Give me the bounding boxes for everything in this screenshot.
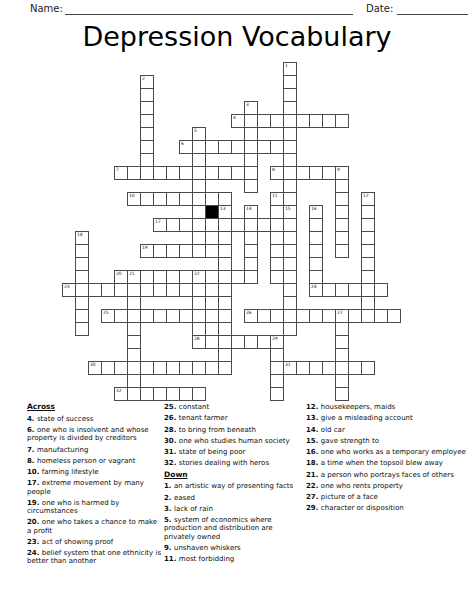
crossword-cell[interactable] bbox=[244, 179, 258, 193]
crossword-cell[interactable] bbox=[309, 166, 323, 180]
crossword-cell[interactable] bbox=[257, 114, 271, 128]
crossword-cell[interactable] bbox=[127, 361, 141, 375]
crossword-cell[interactable] bbox=[205, 361, 219, 375]
across-heading: Across bbox=[27, 403, 163, 412]
crossword-cell[interactable] bbox=[218, 335, 232, 349]
down-clues-2: 12. housekeepers, maids13. give a mislea… bbox=[306, 403, 472, 513]
crossword-cell[interactable] bbox=[166, 270, 180, 284]
crossword-cell[interactable] bbox=[166, 283, 180, 297]
clue-item: 24. belief system that one ethnicity is … bbox=[27, 549, 163, 566]
crossword-cell[interactable] bbox=[257, 335, 271, 349]
clue-number: 14. bbox=[306, 426, 321, 434]
crossword-cell[interactable] bbox=[75, 244, 89, 258]
crossword-cell[interactable]: 5 bbox=[192, 127, 206, 141]
crossword-cell[interactable] bbox=[335, 244, 349, 258]
clue-text: extreme movement by many people bbox=[27, 479, 144, 495]
crossword-cell[interactable] bbox=[270, 374, 284, 388]
crossword-cell[interactable] bbox=[361, 218, 375, 232]
crossword-cell[interactable] bbox=[192, 361, 206, 375]
crossword-cell[interactable] bbox=[296, 114, 310, 128]
across-clues-1: 4. state of success6. one who is insolve… bbox=[27, 415, 163, 566]
crossword-cell[interactable]: 11 bbox=[270, 192, 284, 206]
crossword-cell[interactable] bbox=[322, 283, 336, 297]
crossword-cell[interactable] bbox=[244, 166, 258, 180]
crossword-cell[interactable] bbox=[244, 257, 258, 271]
crossword-cell[interactable] bbox=[127, 296, 141, 310]
crossword-cell[interactable] bbox=[244, 140, 258, 154]
clue-text: one who rents property bbox=[321, 482, 403, 490]
crossword-cell[interactable] bbox=[257, 140, 271, 154]
crossword-cell[interactable] bbox=[270, 205, 284, 219]
crossword-cell[interactable] bbox=[218, 361, 232, 375]
clue-item: 17. extreme movement by many people bbox=[27, 479, 163, 496]
clue-text: act of showing proof bbox=[42, 538, 113, 546]
crossword-cell[interactable] bbox=[361, 296, 375, 310]
crossword-cell[interactable] bbox=[166, 192, 180, 206]
crossword-cell[interactable] bbox=[192, 166, 206, 180]
crossword-cell[interactable] bbox=[257, 218, 271, 232]
crossword-cell[interactable] bbox=[192, 140, 206, 154]
crossword-cell[interactable] bbox=[179, 270, 193, 284]
crossword-cell[interactable] bbox=[179, 283, 193, 297]
clue-text: constant bbox=[179, 403, 209, 411]
crossword-cell[interactable] bbox=[205, 218, 219, 232]
crossword-cell[interactable] bbox=[270, 231, 284, 245]
clue-number: 31. bbox=[164, 448, 179, 456]
crossword-cell[interactable] bbox=[270, 140, 284, 154]
crossword-cell[interactable] bbox=[322, 361, 336, 375]
crossword-cell[interactable] bbox=[309, 309, 323, 323]
clue-item: 18. a time when the topsoil blew away bbox=[306, 459, 472, 467]
crossword-cell[interactable] bbox=[192, 192, 206, 206]
crossword-cell[interactable] bbox=[270, 387, 284, 401]
clue-text: picture of a face bbox=[321, 493, 378, 501]
crossword-cell[interactable]: 1 bbox=[283, 62, 297, 76]
clue-item: 20. one who takes a chance to make a pro… bbox=[27, 518, 163, 535]
across-clues-2: 25. constant26. tenant farmer28. to brin… bbox=[164, 403, 303, 468]
clue-number: 10. bbox=[27, 468, 42, 476]
crossword-cell[interactable] bbox=[192, 322, 206, 336]
crossword-cell[interactable]: 27 bbox=[335, 309, 349, 323]
crossword-cell[interactable] bbox=[270, 361, 284, 375]
crossword-cell[interactable]: 29 bbox=[270, 335, 284, 349]
crossword-cell[interactable] bbox=[283, 88, 297, 102]
crossword-cell[interactable] bbox=[166, 361, 180, 375]
crossword-cell[interactable] bbox=[218, 322, 232, 336]
clue-number: 3. bbox=[164, 505, 174, 513]
crossword-cell[interactable] bbox=[218, 283, 232, 297]
crossword-cell[interactable] bbox=[140, 283, 154, 297]
crossword-cell[interactable] bbox=[205, 244, 219, 258]
crossword-cell[interactable] bbox=[361, 309, 375, 323]
crossword-cell[interactable] bbox=[218, 348, 232, 362]
crossword-cell[interactable] bbox=[322, 309, 336, 323]
crossword-cell[interactable] bbox=[283, 270, 297, 284]
crossword-cell[interactable] bbox=[205, 309, 219, 323]
cell-number: 3 bbox=[246, 102, 249, 107]
crossword-cell[interactable] bbox=[244, 114, 258, 128]
clue-text: gave strength to bbox=[321, 437, 379, 445]
clue-item: 10. farming lifestyle bbox=[27, 468, 163, 476]
crossword-cell[interactable] bbox=[374, 283, 388, 297]
crossword-cell[interactable] bbox=[166, 244, 180, 258]
crossword-cell[interactable] bbox=[140, 140, 154, 154]
crossword-cell[interactable] bbox=[179, 166, 193, 180]
clue-item: 14. old car bbox=[306, 426, 472, 434]
crossword-cell[interactable] bbox=[361, 231, 375, 245]
crossword-cell[interactable] bbox=[153, 166, 167, 180]
crossword-cell[interactable] bbox=[283, 244, 297, 258]
crossword-cell[interactable] bbox=[192, 179, 206, 193]
crossword-cell[interactable] bbox=[335, 387, 349, 401]
cell-number: 20 bbox=[116, 271, 122, 276]
crossword-cell[interactable] bbox=[335, 218, 349, 232]
crossword-cell[interactable] bbox=[283, 153, 297, 167]
crossword-cell[interactable] bbox=[283, 179, 297, 193]
crossword-cell[interactable] bbox=[192, 283, 206, 297]
crossword-cell[interactable] bbox=[283, 296, 297, 310]
crossword-cell[interactable] bbox=[88, 283, 102, 297]
crossword-cell[interactable]: 28 bbox=[192, 335, 206, 349]
crossword-cell[interactable] bbox=[244, 270, 258, 284]
crossword-cell[interactable] bbox=[348, 283, 362, 297]
crossword-cell[interactable] bbox=[309, 270, 323, 284]
crossword-cell[interactable] bbox=[335, 283, 349, 297]
crossword-cell[interactable] bbox=[283, 127, 297, 141]
crossword-cell[interactable] bbox=[296, 166, 310, 180]
crossword-cell[interactable] bbox=[335, 205, 349, 219]
clue-item: 22. one who rents property bbox=[306, 482, 472, 490]
crossword-cell[interactable] bbox=[140, 153, 154, 167]
clue-item: 11. most forbidding bbox=[164, 555, 303, 563]
crossword-cell[interactable] bbox=[283, 309, 297, 323]
crossword-cell[interactable] bbox=[153, 244, 167, 258]
crossword-cell[interactable] bbox=[140, 387, 154, 401]
clue-number: 11. bbox=[164, 555, 179, 563]
crossword-cell[interactable] bbox=[283, 257, 297, 271]
crossword-cell[interactable] bbox=[283, 192, 297, 206]
crossword-cell[interactable] bbox=[153, 361, 167, 375]
crossword-cell[interactable] bbox=[140, 166, 154, 180]
crossword-cell[interactable] bbox=[140, 88, 154, 102]
crossword-cell[interactable] bbox=[153, 309, 167, 323]
crossword-cell[interactable] bbox=[335, 192, 349, 206]
crossword-cell[interactable] bbox=[192, 153, 206, 167]
crossword-cell[interactable] bbox=[192, 218, 206, 232]
clue-item: 7. manufacturing bbox=[27, 446, 163, 454]
crossword-cell[interactable] bbox=[192, 296, 206, 310]
crossword-cell[interactable] bbox=[101, 283, 115, 297]
crossword-cell[interactable] bbox=[244, 127, 258, 141]
crossword-cell[interactable] bbox=[283, 166, 297, 180]
crossword-cell[interactable]: 17 bbox=[153, 218, 167, 232]
crossword-cell[interactable] bbox=[322, 114, 336, 128]
clue-text: old car bbox=[321, 426, 345, 434]
crossword-cell[interactable] bbox=[140, 309, 154, 323]
crossword-cell[interactable] bbox=[361, 270, 375, 284]
crossword-cell[interactable] bbox=[218, 309, 232, 323]
crossword-cell[interactable]: 24 bbox=[309, 283, 323, 297]
crossword-cell[interactable] bbox=[296, 361, 310, 375]
crossword-cell[interactable] bbox=[309, 361, 323, 375]
crossword-cell[interactable] bbox=[75, 309, 89, 323]
crossword-cell[interactable] bbox=[205, 270, 219, 284]
crossword-cell[interactable] bbox=[101, 361, 115, 375]
crossword-cell[interactable] bbox=[309, 218, 323, 232]
crossword-cell[interactable]: 8 bbox=[270, 166, 284, 180]
crossword-cell[interactable] bbox=[153, 270, 167, 284]
crossword-cell[interactable] bbox=[127, 387, 141, 401]
crossword-cell[interactable] bbox=[218, 166, 232, 180]
crossword-cell[interactable] bbox=[192, 387, 206, 401]
crossword-cell[interactable] bbox=[127, 374, 141, 388]
crossword-cell[interactable] bbox=[374, 309, 388, 323]
crossword-cell[interactable] bbox=[205, 283, 219, 297]
crossword-cell[interactable] bbox=[387, 309, 401, 323]
crossword-cell[interactable] bbox=[231, 270, 245, 284]
clues-column-middle: 25. constant26. tenant farmer28. to brin… bbox=[164, 403, 303, 566]
crossword-cell[interactable] bbox=[114, 283, 128, 297]
crossword-cell[interactable] bbox=[179, 361, 193, 375]
crossword-cell[interactable] bbox=[309, 114, 323, 128]
crossword-cell[interactable] bbox=[75, 270, 89, 284]
clue-item: 2. eased bbox=[164, 494, 303, 502]
crossword-cell[interactable] bbox=[153, 283, 167, 297]
crossword-cell[interactable] bbox=[244, 335, 258, 349]
clue-number: 32. bbox=[164, 459, 179, 467]
crossword-cell[interactable] bbox=[231, 140, 245, 154]
crossword-cell[interactable] bbox=[218, 231, 232, 245]
crossword-cell[interactable]: 21 bbox=[127, 270, 141, 284]
clue-item: 9. unshaven whiskers bbox=[164, 544, 303, 552]
crossword-cell[interactable] bbox=[283, 322, 297, 336]
crossword-cell[interactable] bbox=[361, 205, 375, 219]
crossword-cell[interactable]: 31 bbox=[283, 361, 297, 375]
crossword-cell[interactable] bbox=[179, 244, 193, 258]
crossword-cell[interactable]: 10 bbox=[127, 192, 141, 206]
crossword-cell[interactable] bbox=[140, 192, 154, 206]
crossword-cell[interactable] bbox=[335, 374, 349, 388]
crossword-cell[interactable] bbox=[335, 231, 349, 245]
crossword-cell[interactable] bbox=[335, 348, 349, 362]
crossword-cell[interactable] bbox=[244, 153, 258, 167]
crossword-cell[interactable] bbox=[179, 218, 193, 232]
crossword-cell[interactable] bbox=[114, 361, 128, 375]
crossword-cell[interactable] bbox=[166, 166, 180, 180]
crossword-cell[interactable] bbox=[153, 192, 167, 206]
crossword-cell[interactable] bbox=[270, 257, 284, 271]
crossword-cell[interactable] bbox=[257, 309, 271, 323]
crossword-cell[interactable] bbox=[283, 231, 297, 245]
crossword-cell[interactable]: 9 bbox=[335, 166, 349, 180]
crossword-cell[interactable]: 4 bbox=[231, 114, 245, 128]
crossword-cell[interactable] bbox=[309, 231, 323, 245]
crossword-cell[interactable] bbox=[231, 218, 245, 232]
clue-text: a person who portrays faces of others bbox=[321, 471, 454, 479]
crossword-cell[interactable]: 18 bbox=[75, 231, 89, 245]
crossword-cell[interactable] bbox=[283, 75, 297, 89]
crossword-cell[interactable] bbox=[166, 218, 180, 232]
crossword-cell[interactable] bbox=[75, 322, 89, 336]
clue-number: 17. bbox=[27, 479, 42, 487]
crossword-cell[interactable]: 30 bbox=[88, 361, 102, 375]
clue-text: manufacturing bbox=[37, 446, 88, 454]
crossword-cell[interactable]: 26 bbox=[244, 309, 258, 323]
crossword-cell[interactable]: 16 bbox=[309, 205, 323, 219]
crossword-cell[interactable]: 13 bbox=[218, 205, 232, 219]
clue-item: 4. state of success bbox=[27, 415, 163, 423]
crossword-cell[interactable] bbox=[335, 361, 349, 375]
crossword-cell[interactable] bbox=[283, 140, 297, 154]
crossword-cell[interactable]: 15 bbox=[283, 205, 297, 219]
crossword-cell[interactable] bbox=[218, 270, 232, 284]
clue-number: 2. bbox=[164, 494, 174, 502]
clue-item: 12. housekeepers, maids bbox=[306, 403, 472, 411]
crossword-cell[interactable] bbox=[361, 257, 375, 271]
crossword-cell[interactable]: 22 bbox=[192, 270, 206, 284]
clue-number: 12. bbox=[306, 403, 321, 411]
crossword-cell[interactable] bbox=[361, 361, 375, 375]
crossword-cell[interactable] bbox=[283, 114, 297, 128]
crossword-cell[interactable]: 20 bbox=[114, 270, 128, 284]
crossword-cell[interactable] bbox=[205, 192, 219, 206]
clue-number: 16. bbox=[306, 448, 321, 456]
crossword-cell[interactable] bbox=[166, 309, 180, 323]
crossword-cell[interactable] bbox=[127, 283, 141, 297]
clue-item: 31. state of being poor bbox=[164, 448, 303, 456]
crossword-cell[interactable] bbox=[309, 244, 323, 258]
crossword-cell[interactable] bbox=[335, 322, 349, 336]
crossword-cell[interactable] bbox=[140, 101, 154, 115]
crossword-cell[interactable] bbox=[205, 166, 219, 180]
crossword-cell[interactable]: 3 bbox=[244, 101, 258, 115]
crossword-cell[interactable] bbox=[270, 218, 284, 232]
crossword-cell[interactable] bbox=[127, 322, 141, 336]
clue-text: one who works as a temporary employee bbox=[321, 448, 466, 456]
clue-number: 21. bbox=[306, 471, 321, 479]
crossword-cell[interactable] bbox=[244, 218, 258, 232]
crossword-cell[interactable]: 7 bbox=[114, 166, 128, 180]
crossword-cell[interactable] bbox=[322, 166, 336, 180]
crossword-cell[interactable] bbox=[205, 140, 219, 154]
crossword-cell[interactable] bbox=[348, 309, 362, 323]
crossword-cell[interactable]: 25 bbox=[101, 309, 115, 323]
cell-number: 5 bbox=[194, 128, 197, 133]
crossword-cell[interactable] bbox=[309, 257, 323, 271]
crossword-cell[interactable] bbox=[218, 244, 232, 258]
crossword-cell[interactable] bbox=[192, 205, 206, 219]
clue-number: 6. bbox=[27, 426, 37, 434]
clue-item: 32. stories dealing with heros bbox=[164, 459, 303, 467]
crossword-cell[interactable]: 12 bbox=[361, 192, 375, 206]
clue-item: 25. constant bbox=[164, 403, 303, 411]
crossword-cell[interactable] bbox=[205, 335, 219, 349]
clue-item: 15. gave strength to bbox=[306, 437, 472, 445]
crossword-cell[interactable] bbox=[270, 270, 284, 284]
crossword-cell[interactable] bbox=[192, 244, 206, 258]
crossword-cell[interactable] bbox=[179, 309, 193, 323]
crossword-cell[interactable]: 6 bbox=[179, 140, 193, 154]
crossword-cell[interactable] bbox=[127, 348, 141, 362]
crossword-cell[interactable] bbox=[283, 101, 297, 115]
crossword-cell[interactable] bbox=[335, 335, 349, 349]
crossword-cell[interactable] bbox=[75, 283, 89, 297]
crossword-cell[interactable] bbox=[231, 335, 245, 349]
clue-item: 8. homeless person or vagrant bbox=[27, 457, 163, 465]
crossword-cell[interactable] bbox=[296, 309, 310, 323]
crossword-cell[interactable] bbox=[270, 309, 284, 323]
clue-item: 29. character or disposition bbox=[306, 504, 472, 512]
crossword-cell[interactable] bbox=[283, 283, 297, 297]
crossword-cell[interactable] bbox=[348, 361, 362, 375]
crossword-cell[interactable] bbox=[192, 309, 206, 323]
crossword-cell[interactable] bbox=[140, 114, 154, 128]
clue-number: 7. bbox=[27, 446, 37, 454]
crossword-cell[interactable] bbox=[361, 244, 375, 258]
crossword-cell[interactable] bbox=[166, 387, 180, 401]
clue-item: 3. lack of rain bbox=[164, 505, 303, 513]
crossword-cell[interactable] bbox=[335, 179, 349, 193]
crossword-cell[interactable] bbox=[231, 166, 245, 180]
crossword-cell[interactable] bbox=[361, 283, 375, 297]
cell-number: 30 bbox=[90, 362, 96, 367]
crossword-cell[interactable]: 32 bbox=[114, 387, 128, 401]
crossword-cell[interactable] bbox=[270, 348, 284, 362]
crossword-cell[interactable] bbox=[335, 114, 349, 128]
clue-item: 5. system of economics where production … bbox=[164, 516, 303, 541]
crossword-cell[interactable] bbox=[75, 257, 89, 271]
crossword-cell[interactable] bbox=[244, 231, 258, 245]
crossword-cell[interactable]: 2 bbox=[140, 75, 154, 89]
crossword-cell[interactable] bbox=[127, 166, 141, 180]
crossword-cell[interactable]: 19 bbox=[140, 244, 154, 258]
cell-number: 6 bbox=[181, 141, 184, 146]
crossword-cell[interactable] bbox=[192, 231, 206, 245]
crossword-cell[interactable] bbox=[179, 387, 193, 401]
crossword-cell[interactable] bbox=[218, 296, 232, 310]
crossword-cell[interactable] bbox=[75, 296, 89, 310]
crossword-cell[interactable] bbox=[218, 257, 232, 271]
cell-number: 14 bbox=[246, 206, 252, 211]
clue-number: 27. bbox=[306, 493, 321, 501]
crossword-cell[interactable] bbox=[270, 114, 284, 128]
clue-item: 13. give a misleading account bbox=[306, 414, 472, 422]
crossword-cell[interactable]: 14 bbox=[244, 205, 258, 219]
crossword-cell[interactable] bbox=[127, 335, 141, 349]
crossword-cell[interactable] bbox=[140, 127, 154, 141]
crossword-cell[interactable] bbox=[270, 244, 284, 258]
crossword-cell[interactable] bbox=[140, 361, 154, 375]
crossword-cell[interactable] bbox=[283, 218, 297, 232]
cell-number: 32 bbox=[116, 388, 122, 393]
crossword-cell[interactable]: 23 bbox=[62, 283, 76, 297]
clue-item: 19. one who is harmed by circumstances bbox=[27, 499, 163, 516]
crossword-cell[interactable] bbox=[127, 309, 141, 323]
crossword-cell[interactable] bbox=[179, 192, 193, 206]
cell-number: 2 bbox=[142, 76, 145, 81]
crossword-cell[interactable] bbox=[153, 387, 167, 401]
crossword-cell[interactable] bbox=[114, 309, 128, 323]
crossword-cell[interactable] bbox=[244, 244, 258, 258]
crossword-cell[interactable] bbox=[218, 192, 232, 206]
clue-text: one who studies human society bbox=[179, 437, 290, 445]
crossword-cell[interactable] bbox=[218, 140, 232, 154]
crossword-cell[interactable] bbox=[218, 218, 232, 232]
crossword-cell[interactable] bbox=[140, 270, 154, 284]
clue-text: to bring from beneath bbox=[179, 426, 256, 434]
clue-number: 5. bbox=[164, 516, 174, 524]
clue-item: 30. one who studies human society bbox=[164, 437, 303, 445]
